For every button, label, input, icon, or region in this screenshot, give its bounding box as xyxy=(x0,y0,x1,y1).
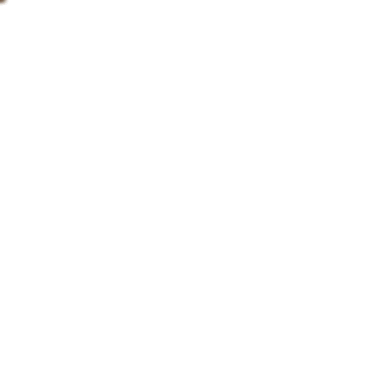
white-pawn-h2[interactable]: ♟ xyxy=(0,0,7,2)
pieces-layer: ♜♞♝♛♚♝♞♟♟♟♟♟♟♟ xyxy=(0,0,380,380)
chessboard-photo: ♜♞♝♛♚♝♞♟♟♟♟♟♟♟ xyxy=(0,0,380,380)
